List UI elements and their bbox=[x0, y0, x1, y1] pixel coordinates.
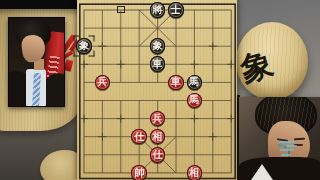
left-player-photo bbox=[8, 17, 65, 107]
top-black-bar bbox=[0, 0, 80, 9]
piece-e8-black-elephant[interactable]: 象 bbox=[148, 37, 166, 55]
blue-watermark-mark bbox=[279, 141, 295, 143]
piece-d3-red-advisor[interactable]: 仕 bbox=[130, 128, 148, 146]
jacket bbox=[239, 157, 320, 180]
piece-e7-black-chariot[interactable]: 車 bbox=[148, 55, 166, 73]
blue-watermark-mark bbox=[280, 149, 294, 151]
piece-g1-red-elephant[interactable]: 相 bbox=[185, 164, 203, 180]
piece-b6-red-pawn[interactable]: 兵 bbox=[93, 73, 111, 91]
piece-g6-black-horse[interactable]: 馬 bbox=[185, 73, 203, 91]
piece-g5-red-horse[interactable]: 馬 bbox=[185, 91, 203, 109]
blue-watermark-mark bbox=[281, 154, 291, 156]
giant-piece-engraving: 象 bbox=[232, 35, 311, 89]
piece-e4-red-pawn[interactable]: 兵 bbox=[148, 110, 166, 128]
giant-xiangqi-piece: 象 bbox=[236, 22, 308, 100]
piece-f10-black-advisor[interactable]: 士 bbox=[167, 1, 185, 19]
piece-e2-red-advisor[interactable]: 仕 bbox=[148, 146, 166, 164]
right-player-photo bbox=[239, 97, 320, 180]
last-move-from-marker bbox=[112, 1, 130, 19]
piece-e10-black-general[interactable]: 將 bbox=[148, 1, 166, 19]
thumbnail-scene: 象 bbox=[0, 0, 320, 180]
piece-d1-red-general[interactable]: 帥 bbox=[130, 164, 148, 180]
piece-layer: 將士象象車馬兵車馬兵仕相仕帥相 bbox=[75, 1, 241, 180]
piece-a8-black-elephant[interactable]: 象 bbox=[75, 37, 93, 55]
piece-f6-red-chariot[interactable]: 車 bbox=[167, 73, 185, 91]
blue-watermark-mark bbox=[278, 145, 297, 147]
piece-e3-red-elephant[interactable]: 相 bbox=[148, 128, 166, 146]
